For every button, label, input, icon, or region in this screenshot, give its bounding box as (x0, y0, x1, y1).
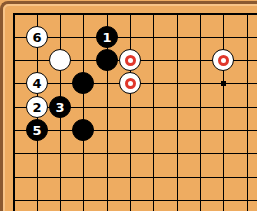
go-board-diagram: 614235 (0, 0, 257, 211)
grid-line-horizontal (13, 130, 257, 131)
stone-black-move-5: 5 (26, 119, 48, 141)
board-edge-line-top (13, 13, 257, 15)
grid-line-vertical (83, 13, 84, 211)
red-circle-mark-icon (125, 55, 136, 66)
grid-line-vertical (153, 13, 154, 211)
stone-white (49, 49, 71, 71)
stone-black (72, 72, 94, 94)
stone-black (72, 119, 94, 141)
grid-line-vertical (247, 13, 248, 211)
move-number-label: 1 (102, 31, 111, 44)
move-number-label: 4 (32, 77, 41, 90)
stone-white-move-2: 2 (26, 96, 48, 118)
star-point (221, 81, 226, 86)
red-circle-mark-icon (218, 55, 229, 66)
stone-white-circled (119, 72, 141, 94)
stone-white-move-4: 4 (26, 72, 48, 94)
stone-white-circled (212, 49, 234, 71)
red-circle-mark-icon (125, 78, 136, 89)
grid-line-vertical (130, 13, 131, 211)
board-edge-line-left (13, 13, 15, 211)
grid-line-vertical (200, 13, 201, 211)
move-number-label: 5 (32, 124, 41, 137)
move-number-label: 2 (32, 101, 41, 114)
stone-black (96, 49, 118, 71)
grid-line-horizontal (13, 37, 257, 38)
stone-black-move-3: 3 (49, 96, 71, 118)
grid-line-horizontal (13, 177, 257, 178)
grid-line-horizontal (13, 153, 257, 154)
grid-line-horizontal (13, 200, 257, 201)
move-number-label: 3 (55, 101, 64, 114)
grid-line-vertical (177, 13, 178, 211)
stone-white-move-6: 6 (26, 26, 48, 48)
stone-white-circled (119, 49, 141, 71)
stone-black-move-1: 1 (96, 26, 118, 48)
grid-line-vertical (223, 13, 224, 211)
move-number-label: 6 (32, 31, 41, 44)
